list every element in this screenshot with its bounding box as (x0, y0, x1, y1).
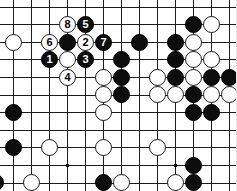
move-number-label: 3 (82, 54, 88, 65)
black-stone (185, 104, 202, 121)
intersection-2-2: 6 (41, 33, 59, 51)
black-stone (131, 34, 148, 51)
move-number-label: 2 (82, 37, 88, 48)
intersection-10-6 (185, 104, 203, 122)
black-stone (113, 69, 130, 86)
intersection-1-10 (23, 174, 41, 191)
intersection-10-10 (185, 174, 203, 191)
move-number-label: 4 (64, 72, 70, 83)
intersection-11-4 (203, 69, 221, 87)
white-stone (23, 174, 40, 191)
intersection-4-3: 3 (77, 51, 95, 69)
intersection-11-5 (203, 86, 221, 104)
black-stone (185, 86, 202, 103)
intersection-5-6 (95, 104, 113, 122)
intersection-5-5 (95, 86, 113, 104)
intersection-11-6 (203, 104, 221, 122)
intersection-5-8 (95, 139, 113, 157)
intersection-10-5 (185, 86, 203, 104)
intersection-10-2 (185, 33, 203, 51)
intersection-10-1 (185, 16, 203, 34)
white-stone (149, 69, 166, 86)
intersection-8-8 (149, 139, 167, 157)
intersection-4-2: 2 (77, 33, 95, 51)
black-stone: 7 (95, 34, 112, 51)
black-stone (203, 104, 220, 121)
go-board: 85627134 (0, 0, 236, 191)
intersection-10-4 (185, 69, 203, 87)
move-number-label: 8 (64, 19, 70, 30)
intersection-3-1: 8 (59, 16, 77, 34)
intersection-9-10 (167, 174, 185, 191)
intersection-0-2 (5, 33, 23, 51)
white-stone (41, 139, 58, 156)
white-stone (95, 86, 112, 103)
intersection-9-4 (167, 69, 185, 87)
intersection-4-1: 5 (77, 16, 95, 34)
intersection-3-4: 4 (59, 69, 77, 87)
intersection-9-5 (167, 86, 185, 104)
white-stone (203, 86, 220, 103)
white-stone: 6 (41, 34, 58, 51)
white-stone (5, 34, 22, 51)
black-stone (185, 157, 202, 174)
white-stone (149, 139, 166, 156)
white-stone (203, 51, 220, 68)
intersection-11-1 (203, 16, 221, 34)
black-stone (167, 34, 184, 51)
stone-grid: 85627134 (0, 0, 236, 191)
star-point-cell (167, 157, 185, 175)
intersection-11-3 (203, 51, 221, 69)
move-number-label: 7 (100, 37, 106, 48)
intersection-2-8 (41, 139, 59, 157)
star-point (174, 164, 177, 167)
white-stone (203, 16, 220, 33)
white-stone: 2 (77, 34, 94, 51)
white-stone (185, 34, 202, 51)
intersection-7-2 (131, 33, 149, 51)
white-stone (149, 86, 166, 103)
intersection-12-4 (221, 69, 237, 87)
black-stone (0, 174, 4, 191)
intersection-3-2 (59, 33, 77, 51)
black-stone (59, 34, 76, 51)
black-stone (185, 174, 202, 191)
intersection-9-3 (167, 51, 185, 69)
black-stone: 3 (77, 51, 94, 68)
white-stone (95, 104, 112, 121)
intersection-10-3 (185, 51, 203, 69)
white-stone (95, 139, 112, 156)
intersection-5-4 (95, 69, 113, 87)
intersection-6-3 (113, 51, 131, 69)
intersection--1-10 (0, 174, 5, 191)
intersection-0-6 (5, 104, 23, 122)
black-stone (5, 139, 22, 156)
move-number-label: 6 (46, 37, 52, 48)
intersection-10-9 (185, 157, 203, 175)
intersection-6-10 (113, 174, 131, 191)
white-stone: 8 (59, 16, 76, 33)
intersection-0-8 (5, 139, 23, 157)
black-stone (5, 104, 22, 121)
intersection-8-4 (149, 69, 167, 87)
move-number-label: 1 (46, 54, 52, 65)
black-stone (113, 51, 130, 68)
black-stone: 5 (77, 16, 94, 33)
intersection-6-5 (113, 86, 131, 104)
black-stone (221, 69, 236, 86)
white-stone: 4 (59, 69, 76, 86)
star-point-cell (59, 157, 77, 175)
white-stone (167, 86, 184, 103)
intersection-3-3 (59, 51, 77, 69)
black-stone: 1 (41, 51, 58, 68)
white-stone (185, 69, 202, 86)
intersection-2-3: 1 (41, 51, 59, 69)
intersection-9-2 (167, 33, 185, 51)
white-stone (221, 86, 236, 103)
intersection-5-10 (95, 174, 113, 191)
white-stone (185, 51, 202, 68)
intersection-12-5 (221, 86, 237, 104)
black-stone (185, 16, 202, 33)
black-stone (95, 174, 112, 191)
intersection-5-2: 7 (95, 33, 113, 51)
move-number-label: 5 (82, 19, 88, 30)
star-point (66, 164, 69, 167)
black-stone (113, 86, 130, 103)
black-stone (167, 51, 184, 68)
intersection-8-5 (149, 86, 167, 104)
go-diagram-scan: 85627134 (0, 0, 236, 191)
black-stone (167, 69, 184, 86)
white-stone (59, 51, 76, 68)
white-stone (95, 69, 112, 86)
black-stone (203, 69, 220, 86)
white-stone (167, 174, 184, 191)
white-stone (113, 174, 130, 191)
intersection-6-4 (113, 69, 131, 87)
